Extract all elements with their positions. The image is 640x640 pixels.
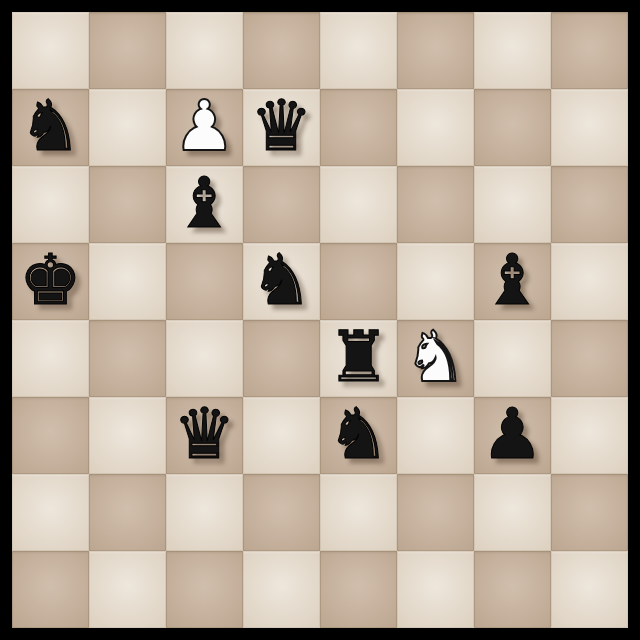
square-a2[interactable] [12, 474, 89, 551]
square-c8[interactable] [166, 12, 243, 89]
square-e1[interactable] [320, 551, 397, 628]
black-knight[interactable]: ♞ [250, 245, 313, 315]
square-g6[interactable] [474, 166, 551, 243]
white-knight[interactable]: ♞ [404, 322, 467, 392]
square-e6[interactable] [320, 166, 397, 243]
square-h7[interactable] [551, 89, 628, 166]
square-d7[interactable]: ♛ [243, 89, 320, 166]
square-a6[interactable] [12, 166, 89, 243]
square-b6[interactable] [89, 166, 166, 243]
square-b1[interactable] [89, 551, 166, 628]
square-g5[interactable]: ♝ [474, 243, 551, 320]
square-b4[interactable] [89, 320, 166, 397]
square-h1[interactable] [551, 551, 628, 628]
square-a3[interactable] [12, 397, 89, 474]
square-d8[interactable] [243, 12, 320, 89]
square-f1[interactable] [397, 551, 474, 628]
square-d1[interactable] [243, 551, 320, 628]
black-rook[interactable]: ♜ [327, 322, 390, 392]
square-g8[interactable] [474, 12, 551, 89]
black-bishop[interactable]: ♝ [481, 245, 544, 315]
square-f8[interactable] [397, 12, 474, 89]
black-queen[interactable]: ♛ [173, 399, 236, 469]
square-a8[interactable] [12, 12, 89, 89]
square-f6[interactable] [397, 166, 474, 243]
square-e5[interactable] [320, 243, 397, 320]
square-h6[interactable] [551, 166, 628, 243]
square-b8[interactable] [89, 12, 166, 89]
square-e7[interactable] [320, 89, 397, 166]
square-h3[interactable] [551, 397, 628, 474]
square-d5[interactable]: ♞ [243, 243, 320, 320]
square-e3[interactable]: ♞ [320, 397, 397, 474]
square-c6[interactable]: ♝ [166, 166, 243, 243]
black-bishop[interactable]: ♝ [173, 168, 236, 238]
square-f4[interactable]: ♞ [397, 320, 474, 397]
board-frame: ♞♟♛♝♚♞♝♜♞♛♞♟ [0, 0, 640, 640]
square-h5[interactable] [551, 243, 628, 320]
square-c3[interactable]: ♛ [166, 397, 243, 474]
white-pawn[interactable]: ♟ [173, 91, 236, 161]
square-d6[interactable] [243, 166, 320, 243]
square-b2[interactable] [89, 474, 166, 551]
chess-board: ♞♟♛♝♚♞♝♜♞♛♞♟ [12, 12, 628, 628]
square-g2[interactable] [474, 474, 551, 551]
square-a4[interactable] [12, 320, 89, 397]
square-c1[interactable] [166, 551, 243, 628]
square-e8[interactable] [320, 12, 397, 89]
square-d3[interactable] [243, 397, 320, 474]
square-g3[interactable]: ♟ [474, 397, 551, 474]
square-b7[interactable] [89, 89, 166, 166]
square-e4[interactable]: ♜ [320, 320, 397, 397]
square-b5[interactable] [89, 243, 166, 320]
square-c7[interactable]: ♟ [166, 89, 243, 166]
black-knight[interactable]: ♞ [19, 91, 82, 161]
square-c4[interactable] [166, 320, 243, 397]
square-h2[interactable] [551, 474, 628, 551]
square-a7[interactable]: ♞ [12, 89, 89, 166]
square-g1[interactable] [474, 551, 551, 628]
square-f3[interactable] [397, 397, 474, 474]
square-h8[interactable] [551, 12, 628, 89]
square-c2[interactable] [166, 474, 243, 551]
black-pawn[interactable]: ♟ [481, 399, 544, 469]
black-queen[interactable]: ♛ [250, 91, 313, 161]
square-g4[interactable] [474, 320, 551, 397]
square-d4[interactable] [243, 320, 320, 397]
square-a5[interactable]: ♚ [12, 243, 89, 320]
black-knight[interactable]: ♞ [327, 399, 390, 469]
square-a1[interactable] [12, 551, 89, 628]
square-d2[interactable] [243, 474, 320, 551]
square-b3[interactable] [89, 397, 166, 474]
square-f7[interactable] [397, 89, 474, 166]
square-e2[interactable] [320, 474, 397, 551]
square-f2[interactable] [397, 474, 474, 551]
black-king[interactable]: ♚ [19, 245, 82, 315]
square-h4[interactable] [551, 320, 628, 397]
square-c5[interactable] [166, 243, 243, 320]
square-f5[interactable] [397, 243, 474, 320]
square-g7[interactable] [474, 89, 551, 166]
